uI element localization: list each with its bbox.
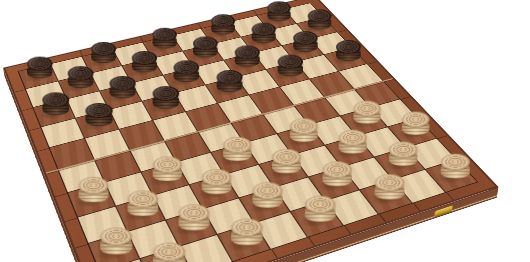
piece-top — [271, 149, 300, 165]
piece-top — [440, 154, 469, 170]
dark-piece[interactable] — [42, 93, 69, 116]
piece-top — [131, 51, 156, 65]
piece-top — [173, 61, 199, 75]
light-piece[interactable] — [388, 142, 417, 166]
light-piece[interactable] — [127, 190, 158, 216]
piece-top — [304, 196, 335, 213]
light-piece[interactable] — [322, 161, 351, 186]
piece-top — [127, 190, 158, 207]
dark-piece[interactable] — [307, 9, 331, 29]
dark-piece[interactable] — [173, 61, 199, 83]
dark-piece[interactable] — [267, 1, 290, 21]
piece-top — [211, 14, 235, 27]
piece-top — [67, 66, 93, 80]
dark-piece[interactable] — [67, 66, 93, 88]
piece-top — [109, 76, 135, 91]
product-photo — [0, 0, 530, 262]
scene — [0, 0, 530, 262]
light-piece[interactable] — [271, 149, 300, 174]
dark-piece[interactable] — [234, 46, 259, 67]
light-piece[interactable] — [152, 243, 185, 262]
piece-top — [234, 46, 259, 60]
piece-top — [27, 57, 52, 71]
piece-top — [152, 28, 176, 41]
dark-piece[interactable] — [109, 76, 135, 98]
piece-top — [251, 23, 275, 36]
piece-top — [252, 182, 282, 199]
piece-top — [223, 137, 251, 153]
piece-top — [100, 228, 132, 246]
light-piece[interactable] — [152, 157, 181, 182]
dark-piece[interactable] — [91, 42, 116, 63]
dark-piece[interactable] — [193, 37, 218, 58]
piece-top — [152, 86, 179, 101]
light-piece[interactable] — [223, 137, 251, 161]
dark-piece[interactable] — [85, 103, 112, 126]
piece-top — [178, 204, 209, 221]
piece-top — [289, 118, 317, 133]
piece-top — [216, 70, 242, 84]
piece-top — [267, 1, 290, 14]
dark-piece[interactable] — [277, 55, 302, 77]
light-piece[interactable] — [100, 228, 132, 255]
light-piece[interactable] — [338, 130, 366, 154]
piece-top — [152, 157, 181, 173]
dark-piece[interactable] — [211, 14, 235, 34]
dark-piece[interactable] — [131, 51, 156, 72]
piece-top — [277, 55, 302, 69]
piece-top — [338, 130, 366, 146]
piece-top — [322, 161, 351, 177]
light-piece[interactable] — [374, 174, 404, 200]
light-piece[interactable] — [440, 154, 469, 179]
piece-top — [336, 40, 361, 54]
piece-top — [401, 112, 429, 127]
piece-top — [91, 42, 116, 56]
pieces-layer — [3, 0, 498, 262]
piece-top — [374, 174, 404, 191]
dark-piece[interactable] — [336, 40, 361, 61]
dark-piece[interactable] — [293, 31, 317, 52]
piece-top — [201, 169, 231, 186]
dark-piece[interactable] — [152, 28, 176, 49]
light-piece[interactable] — [201, 169, 231, 194]
piece-top — [78, 177, 108, 194]
piece-top — [193, 37, 218, 51]
piece-top — [353, 101, 380, 116]
light-piece[interactable] — [304, 196, 335, 222]
piece-top — [293, 31, 317, 45]
dark-piece[interactable] — [152, 86, 179, 109]
light-piece[interactable] — [230, 219, 262, 246]
light-piece[interactable] — [78, 177, 108, 203]
dark-piece[interactable] — [216, 70, 242, 92]
piece-top — [152, 243, 185, 261]
light-piece[interactable] — [178, 204, 209, 230]
light-piece[interactable] — [353, 101, 380, 124]
piece-top — [85, 103, 112, 118]
draughts-board — [3, 0, 498, 262]
piece-top — [230, 219, 262, 237]
piece-top — [42, 93, 69, 108]
dark-piece[interactable] — [27, 57, 52, 79]
dark-piece[interactable] — [251, 23, 275, 44]
light-piece[interactable] — [289, 118, 317, 142]
piece-top — [307, 9, 331, 22]
brass-latch — [434, 205, 453, 217]
piece-top — [388, 142, 417, 158]
light-piece[interactable] — [401, 112, 429, 135]
light-piece[interactable] — [252, 182, 282, 208]
